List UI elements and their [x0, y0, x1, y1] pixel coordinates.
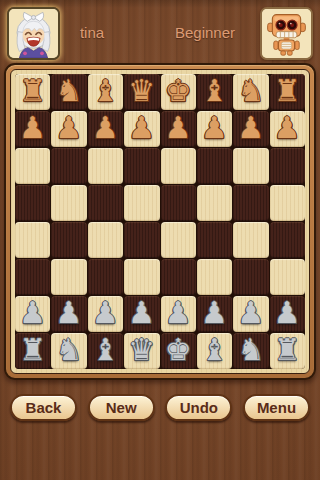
square-e7[interactable]: ♟ — [161, 111, 196, 147]
square-c6[interactable] — [88, 148, 123, 184]
black-pawn: ♟ — [165, 111, 192, 145]
square-e5[interactable] — [161, 185, 196, 221]
square-h8[interactable]: ♜ — [270, 74, 305, 110]
square-g3[interactable] — [233, 259, 268, 295]
white-rook: ♜ — [274, 333, 301, 367]
square-h2[interactable]: ♟ — [270, 296, 305, 332]
black-knight: ♞ — [237, 74, 264, 108]
square-f1[interactable]: ♝ — [197, 333, 232, 369]
square-b4[interactable] — [51, 222, 86, 258]
square-d4[interactable] — [124, 222, 159, 258]
robot-avatar-icon — [262, 9, 311, 58]
square-a1[interactable]: ♜ — [15, 333, 50, 369]
square-h6[interactable] — [270, 148, 305, 184]
white-pawn: ♟ — [56, 296, 83, 330]
square-c3[interactable] — [88, 259, 123, 295]
white-pawn: ♟ — [19, 296, 46, 330]
square-d6[interactable] — [124, 148, 159, 184]
white-king: ♚ — [165, 333, 192, 367]
square-h3[interactable] — [270, 259, 305, 295]
square-e8[interactable]: ♚ — [161, 74, 196, 110]
square-g7[interactable]: ♟ — [233, 111, 268, 147]
square-e6[interactable] — [161, 148, 196, 184]
square-d7[interactable]: ♟ — [124, 111, 159, 147]
square-d5[interactable] — [124, 185, 159, 221]
black-king: ♚ — [165, 74, 192, 108]
square-g6[interactable] — [233, 148, 268, 184]
black-pawn: ♟ — [237, 111, 264, 145]
white-pawn: ♟ — [92, 296, 119, 330]
square-a7[interactable]: ♟ — [15, 111, 50, 147]
square-d1[interactable]: ♛ — [124, 333, 159, 369]
square-a6[interactable] — [15, 148, 50, 184]
square-f2[interactable]: ♟ — [197, 296, 232, 332]
square-g2[interactable]: ♟ — [233, 296, 268, 332]
square-d8[interactable]: ♛ — [124, 74, 159, 110]
back-button[interactable]: Back — [10, 394, 77, 421]
right-player-avatar[interactable] — [260, 7, 313, 60]
white-queen: ♛ — [128, 333, 155, 367]
square-b7[interactable]: ♟ — [51, 111, 86, 147]
black-queen: ♛ — [128, 74, 155, 108]
square-f5[interactable] — [197, 185, 232, 221]
right-player-name: Beginner — [168, 25, 242, 41]
square-g5[interactable] — [233, 185, 268, 221]
white-pawn: ♟ — [274, 296, 301, 330]
white-pawn: ♟ — [165, 296, 192, 330]
square-b8[interactable]: ♞ — [51, 74, 86, 110]
white-bishop: ♝ — [92, 333, 119, 367]
square-e4[interactable] — [161, 222, 196, 258]
left-player-avatar[interactable] — [7, 7, 60, 60]
girl-avatar-icon — [9, 9, 58, 58]
board-frame: ♜♞♝♛♚♝♞♜♟♟♟♟♟♟♟♟♟♟♟♟♟♟♟♟♜♞♝♛♚♝♞♜ — [4, 63, 316, 380]
square-a4[interactable] — [15, 222, 50, 258]
square-e3[interactable] — [161, 259, 196, 295]
black-pawn: ♟ — [56, 111, 83, 145]
square-c7[interactable]: ♟ — [88, 111, 123, 147]
new-button[interactable]: New — [88, 394, 155, 421]
square-e2[interactable]: ♟ — [161, 296, 196, 332]
white-knight: ♞ — [237, 333, 264, 367]
square-f6[interactable] — [197, 148, 232, 184]
black-bishop: ♝ — [92, 74, 119, 108]
black-pawn: ♟ — [128, 111, 155, 145]
square-h1[interactable]: ♜ — [270, 333, 305, 369]
menu-button[interactable]: Menu — [243, 394, 310, 421]
square-f8[interactable]: ♝ — [197, 74, 232, 110]
black-rook: ♜ — [19, 74, 46, 108]
undo-button[interactable]: Undo — [165, 394, 232, 421]
left-player-name: tina — [64, 25, 120, 41]
square-b2[interactable]: ♟ — [51, 296, 86, 332]
square-a8[interactable]: ♜ — [15, 74, 50, 110]
square-g1[interactable]: ♞ — [233, 333, 268, 369]
square-d3[interactable] — [124, 259, 159, 295]
white-pawn: ♟ — [201, 296, 228, 330]
square-h5[interactable] — [270, 185, 305, 221]
toolbar: Back New Undo Menu — [10, 394, 310, 421]
black-bishop: ♝ — [201, 74, 228, 108]
square-c4[interactable] — [88, 222, 123, 258]
square-e1[interactable]: ♚ — [161, 333, 196, 369]
square-a5[interactable] — [15, 185, 50, 221]
square-h7[interactable]: ♟ — [270, 111, 305, 147]
square-g4[interactable] — [233, 222, 268, 258]
white-pawn: ♟ — [128, 296, 155, 330]
white-pawn: ♟ — [237, 296, 264, 330]
square-b6[interactable] — [51, 148, 86, 184]
square-c2[interactable]: ♟ — [88, 296, 123, 332]
white-bishop: ♝ — [201, 333, 228, 367]
black-pawn: ♟ — [19, 111, 46, 145]
black-pawn: ♟ — [201, 111, 228, 145]
square-f4[interactable] — [197, 222, 232, 258]
square-a3[interactable] — [15, 259, 50, 295]
chess-board: ♜♞♝♛♚♝♞♜♟♟♟♟♟♟♟♟♟♟♟♟♟♟♟♟♜♞♝♛♚♝♞♜ — [15, 74, 305, 369]
square-c1[interactable]: ♝ — [88, 333, 123, 369]
square-b1[interactable]: ♞ — [51, 333, 86, 369]
square-b3[interactable] — [51, 259, 86, 295]
square-c8[interactable]: ♝ — [88, 74, 123, 110]
square-f3[interactable] — [197, 259, 232, 295]
square-f7[interactable]: ♟ — [197, 111, 232, 147]
square-c5[interactable] — [88, 185, 123, 221]
square-g8[interactable]: ♞ — [233, 74, 268, 110]
white-rook: ♜ — [19, 333, 46, 367]
square-d2[interactable]: ♟ — [124, 296, 159, 332]
black-pawn: ♟ — [92, 111, 119, 145]
square-b5[interactable] — [51, 185, 86, 221]
black-rook: ♜ — [274, 74, 301, 108]
square-a2[interactable]: ♟ — [15, 296, 50, 332]
black-pawn: ♟ — [274, 111, 301, 145]
black-knight: ♞ — [56, 74, 83, 108]
board-mat: ♜♞♝♛♚♝♞♜♟♟♟♟♟♟♟♟♟♟♟♟♟♟♟♟♜♞♝♛♚♝♞♜ — [10, 69, 310, 374]
square-h4[interactable] — [270, 222, 305, 258]
white-knight: ♞ — [56, 333, 83, 367]
